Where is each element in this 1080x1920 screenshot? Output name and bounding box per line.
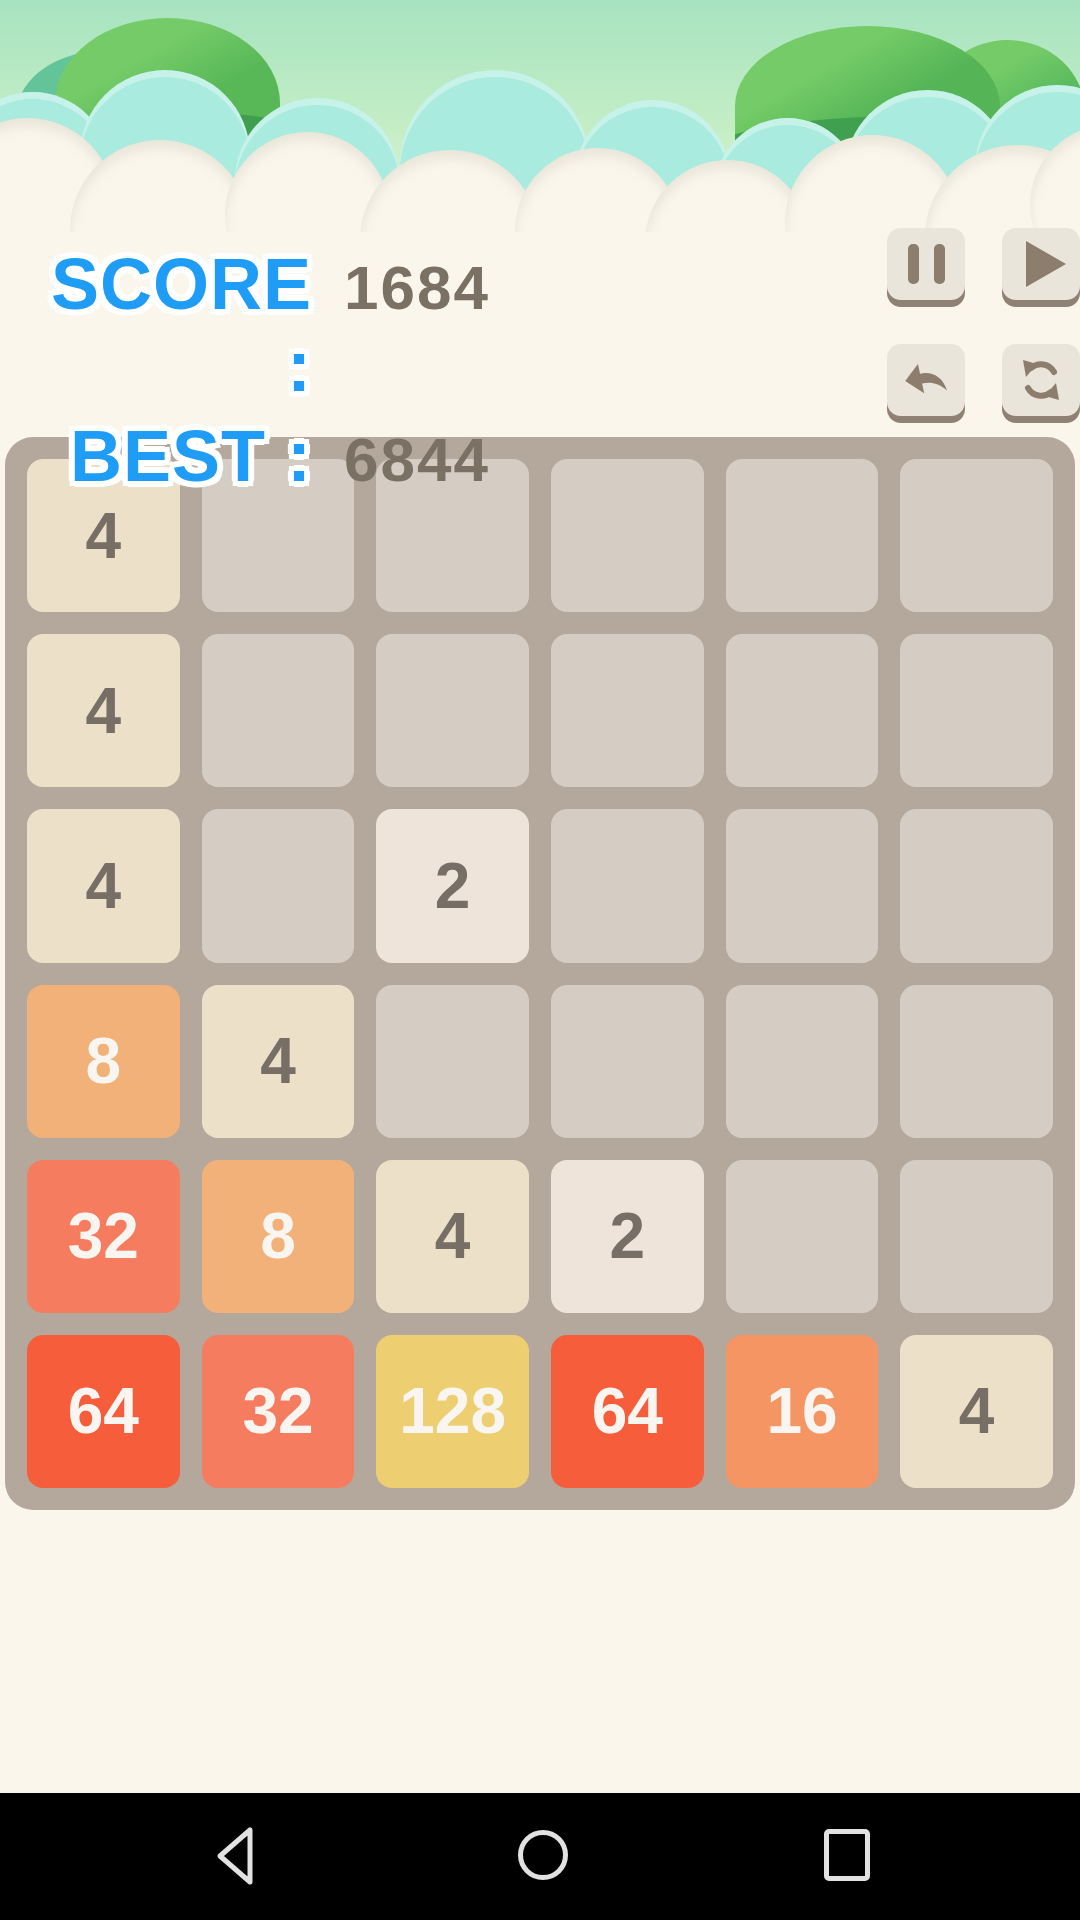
- empty-cell-r2c3: [376, 634, 529, 787]
- pause-button[interactable]: [887, 228, 965, 300]
- empty-cell-r2c2: [202, 634, 355, 787]
- tile-2-r5c4: 2: [551, 1160, 704, 1313]
- empty-cell-r4c4: [551, 985, 704, 1138]
- tile-8-r4c1: 8: [27, 985, 180, 1138]
- empty-cell-r2c5: [726, 634, 879, 787]
- restart-button[interactable]: [1002, 344, 1080, 416]
- pause-icon: [908, 244, 945, 284]
- empty-cell-r4c3: [376, 985, 529, 1138]
- tile-4-r6c6: 4: [900, 1335, 1053, 1488]
- tile-16-r6c5: 16: [726, 1335, 879, 1488]
- empty-cell-r4c6: [900, 985, 1053, 1138]
- empty-cell-r4c5: [726, 985, 879, 1138]
- tile-32-r5c1: 32: [27, 1160, 180, 1313]
- tile-8-r5c2: 8: [202, 1160, 355, 1313]
- board-grid: 44428432842643212864164: [27, 459, 1053, 1488]
- empty-cell-r5c5: [726, 1160, 879, 1313]
- play-button[interactable]: [1002, 228, 1080, 300]
- tile-128-r6c3: 128: [376, 1335, 529, 1488]
- tile-4-r3c1: 4: [27, 809, 180, 962]
- game-board[interactable]: 44428432842643212864164: [5, 437, 1075, 1510]
- empty-cell-r2c4: [551, 634, 704, 787]
- play-icon: [1026, 241, 1066, 287]
- empty-cell-r3c5: [726, 809, 879, 962]
- empty-cell-r1c4: [551, 459, 704, 612]
- empty-cell-r1c6: [900, 459, 1053, 612]
- tile-32-r6c2: 32: [202, 1335, 355, 1488]
- best-value: 6844: [344, 424, 490, 495]
- undo-icon: [902, 356, 950, 404]
- app-screen: SCORE : 1684 BEST : 6844 444284328426432…: [0, 0, 1080, 1920]
- tile-4-r5c3: 4: [376, 1160, 529, 1313]
- tile-4-r2c1: 4: [27, 634, 180, 787]
- back-button[interactable]: [212, 1826, 258, 1886]
- tile-64-r6c4: 64: [551, 1335, 704, 1488]
- score-label: SCORE :: [40, 243, 312, 407]
- tile-4-r4c2: 4: [202, 985, 355, 1138]
- restart-icon: [1017, 356, 1065, 404]
- home-button[interactable]: [518, 1830, 568, 1880]
- recents-button[interactable]: [824, 1829, 870, 1881]
- tile-2-r3c3: 2: [376, 809, 529, 962]
- empty-cell-r3c6: [900, 809, 1053, 962]
- empty-cell-r1c5: [726, 459, 879, 612]
- score-value: 1684: [344, 252, 490, 323]
- best-label: BEST :: [40, 415, 312, 497]
- empty-cell-r3c4: [551, 809, 704, 962]
- empty-cell-r2c6: [900, 634, 1053, 787]
- undo-button[interactable]: [887, 344, 965, 416]
- android-navbar: [0, 1793, 1080, 1920]
- empty-cell-r3c2: [202, 809, 355, 962]
- scoreboard: SCORE : 1684 BEST : 6844: [40, 243, 490, 497]
- tile-64-r6c1: 64: [27, 1335, 180, 1488]
- empty-cell-r5c6: [900, 1160, 1053, 1313]
